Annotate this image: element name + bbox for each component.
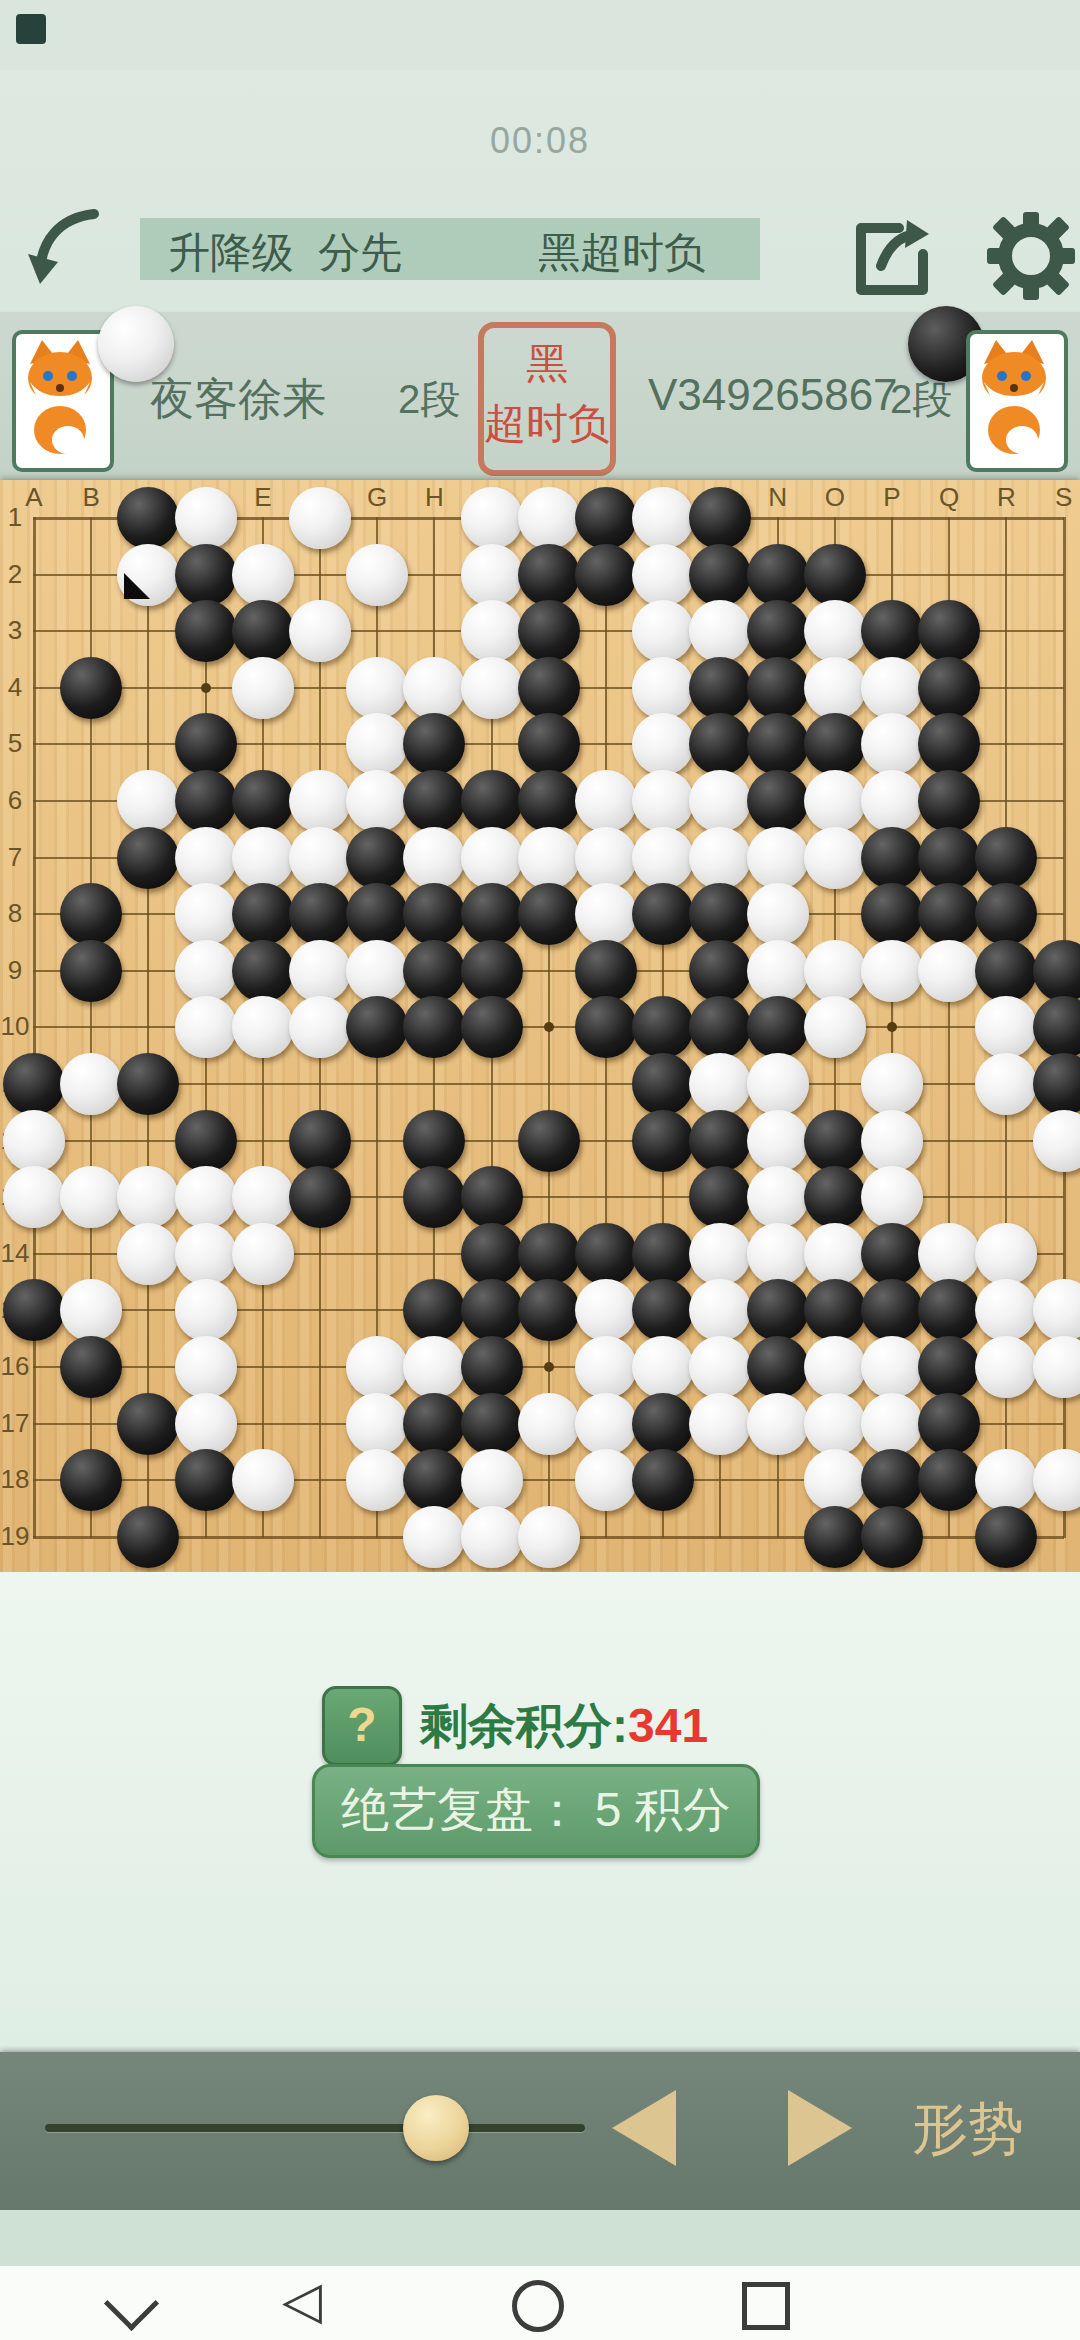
stone-H12 xyxy=(403,1110,465,1172)
stone-R18 xyxy=(975,1449,1037,1511)
stone-Q14 xyxy=(918,1223,980,1285)
stone-J3 xyxy=(518,600,580,662)
stone-P4 xyxy=(861,657,923,719)
stone-P18 xyxy=(861,1449,923,1511)
stone-G10 xyxy=(346,996,408,1058)
stone-E10 xyxy=(232,996,294,1058)
stone-N6 xyxy=(747,770,809,832)
stone-G9 xyxy=(346,940,408,1002)
board-coord-col-R: R xyxy=(989,482,1023,513)
star-point-D4 xyxy=(201,683,211,693)
go-board[interactable]: ABCDEFGHIJKLMNOPQRS123456789101112131415… xyxy=(0,480,1080,1572)
stone-N12 xyxy=(747,1110,809,1172)
stone-I10 xyxy=(461,996,523,1058)
stone-C19 xyxy=(117,1506,179,1568)
stone-O3 xyxy=(804,600,866,662)
stone-K10 xyxy=(575,996,637,1058)
stone-B15 xyxy=(60,1279,122,1341)
stone-O17 xyxy=(804,1393,866,1455)
stone-J7 xyxy=(518,827,580,889)
stone-M7 xyxy=(689,827,751,889)
board-coord-col-N: N xyxy=(761,482,795,513)
stone-D17 xyxy=(175,1393,237,1455)
stone-K15 xyxy=(575,1279,637,1341)
stone-R16 xyxy=(975,1336,1037,1398)
stone-J14 xyxy=(518,1223,580,1285)
stone-L14 xyxy=(632,1223,694,1285)
stone-M17 xyxy=(689,1393,751,1455)
stone-I3 xyxy=(461,600,523,662)
board-coord-col-H: H xyxy=(417,482,451,513)
mode-label: 升降级 xyxy=(168,225,294,281)
stone-O19 xyxy=(804,1506,866,1568)
stone-I19 xyxy=(461,1506,523,1568)
stone-A15 xyxy=(3,1279,65,1341)
stone-S10 xyxy=(1033,996,1080,1058)
board-coord-col-E: E xyxy=(246,482,280,513)
stone-L11 xyxy=(632,1053,694,1115)
stone-J17 xyxy=(518,1393,580,1455)
stone-F6 xyxy=(289,770,351,832)
board-coord-row-6: 6 xyxy=(0,785,30,816)
stone-D13 xyxy=(175,1166,237,1228)
stone-J15 xyxy=(518,1279,580,1341)
stone-N4 xyxy=(747,657,809,719)
footer-panel: ? 剩余积分:341 绝艺复盘： 5 积分 xyxy=(0,1572,1080,2052)
stone-D16 xyxy=(175,1336,237,1398)
stone-R10 xyxy=(975,996,1037,1058)
stone-A11 xyxy=(3,1053,65,1115)
stone-H16 xyxy=(403,1336,465,1398)
stone-L6 xyxy=(632,770,694,832)
stone-S11 xyxy=(1033,1053,1080,1115)
stone-L17 xyxy=(632,1393,694,1455)
stone-H10 xyxy=(403,996,465,1058)
stone-N15 xyxy=(747,1279,809,1341)
stone-K1 xyxy=(575,487,637,549)
points-value: 341 xyxy=(628,1699,708,1752)
stone-R9 xyxy=(975,940,1037,1002)
remaining-points: 剩余积分:341 xyxy=(420,1694,708,1758)
board-coord-col-Q: Q xyxy=(932,482,966,513)
stone-P19 xyxy=(861,1506,923,1568)
stone-P16 xyxy=(861,1336,923,1398)
stone-M15 xyxy=(689,1279,751,1341)
stone-E4 xyxy=(232,657,294,719)
stone-G17 xyxy=(346,1393,408,1455)
stone-N17 xyxy=(747,1393,809,1455)
progress-slider-track[interactable] xyxy=(45,2124,585,2132)
result-stamp-line1: 黑 xyxy=(484,334,610,394)
stone-D10 xyxy=(175,996,237,1058)
stone-L16 xyxy=(632,1336,694,1398)
stone-L8 xyxy=(632,883,694,945)
board-coord-row-1: 1 xyxy=(0,502,30,533)
stone-N8 xyxy=(747,883,809,945)
stone-G8 xyxy=(346,883,408,945)
stone-A12 xyxy=(3,1110,65,1172)
game-info-band: 升降级 分先 黑超时负 xyxy=(140,218,760,280)
stone-I9 xyxy=(461,940,523,1002)
stone-O2 xyxy=(804,544,866,606)
stone-I16 xyxy=(461,1336,523,1398)
stone-O15 xyxy=(804,1279,866,1341)
share-icon[interactable] xyxy=(845,214,933,302)
stone-M5 xyxy=(689,713,751,775)
stone-G4 xyxy=(346,657,408,719)
stone-H19 xyxy=(403,1506,465,1568)
right-player-avatar[interactable] xyxy=(966,330,1068,472)
stone-B8 xyxy=(60,883,122,945)
stone-Q15 xyxy=(918,1279,980,1341)
stone-B4 xyxy=(60,657,122,719)
stone-L18 xyxy=(632,1449,694,1511)
stone-C17 xyxy=(117,1393,179,1455)
stone-J1 xyxy=(518,487,580,549)
stone-I2 xyxy=(461,544,523,606)
stone-M13 xyxy=(689,1166,751,1228)
stone-O14 xyxy=(804,1223,866,1285)
stone-F9 xyxy=(289,940,351,1002)
android-home-icon[interactable] xyxy=(512,2280,564,2332)
stone-Q16 xyxy=(918,1336,980,1398)
stone-S9 xyxy=(1033,940,1080,1002)
stone-B13 xyxy=(60,1166,122,1228)
stone-F10 xyxy=(289,996,351,1058)
stone-H17 xyxy=(403,1393,465,1455)
stone-Q7 xyxy=(918,827,980,889)
stone-N16 xyxy=(747,1336,809,1398)
stone-O4 xyxy=(804,657,866,719)
hide-nav-chevron-icon[interactable] xyxy=(104,2276,159,2331)
stone-G6 xyxy=(346,770,408,832)
right-player-name: V349265867 xyxy=(648,370,898,420)
stone-E9 xyxy=(232,940,294,1002)
stone-P5 xyxy=(861,713,923,775)
stone-P9 xyxy=(861,940,923,1002)
stone-F3 xyxy=(289,600,351,662)
stone-C13 xyxy=(117,1166,179,1228)
stone-C2 xyxy=(117,544,179,606)
android-recents-icon[interactable] xyxy=(742,2282,790,2330)
stone-O6 xyxy=(804,770,866,832)
stone-P12 xyxy=(861,1110,923,1172)
stone-I14 xyxy=(461,1223,523,1285)
stone-R14 xyxy=(975,1223,1037,1285)
stone-O10 xyxy=(804,996,866,1058)
stone-H18 xyxy=(403,1449,465,1511)
stone-D12 xyxy=(175,1110,237,1172)
stone-L1 xyxy=(632,487,694,549)
stone-A13 xyxy=(3,1166,65,1228)
left-player-rank: 2段 xyxy=(398,372,460,427)
stone-Q18 xyxy=(918,1449,980,1511)
situation-button[interactable]: 形势 xyxy=(912,2092,1024,2168)
stone-B16 xyxy=(60,1336,122,1398)
stone-D5 xyxy=(175,713,237,775)
stone-L5 xyxy=(632,713,694,775)
stone-C1 xyxy=(117,487,179,549)
board-coord-col-O: O xyxy=(818,482,852,513)
stone-G5 xyxy=(346,713,408,775)
stone-D6 xyxy=(175,770,237,832)
previous-move-icon[interactable] xyxy=(612,2090,676,2166)
stone-J8 xyxy=(518,883,580,945)
stone-G18 xyxy=(346,1449,408,1511)
stone-L12 xyxy=(632,1110,694,1172)
board-coord-row-7: 7 xyxy=(0,842,30,873)
stone-G7 xyxy=(346,827,408,889)
stone-B11 xyxy=(60,1053,122,1115)
board-coord-row-17: 17 xyxy=(0,1408,30,1439)
stone-F13 xyxy=(289,1166,351,1228)
bottom-strip xyxy=(0,2210,1080,2266)
stone-P17 xyxy=(861,1393,923,1455)
stone-F7 xyxy=(289,827,351,889)
game-clock: 00:08 xyxy=(0,120,1080,162)
stone-D15 xyxy=(175,1279,237,1341)
stone-K14 xyxy=(575,1223,637,1285)
stone-L2 xyxy=(632,544,694,606)
stone-P11 xyxy=(861,1053,923,1115)
board-coord-row-2: 2 xyxy=(0,559,30,590)
stone-C11 xyxy=(117,1053,179,1115)
stone-J2 xyxy=(518,544,580,606)
progress-slider-knob[interactable] xyxy=(403,2095,469,2161)
board-coord-row-3: 3 xyxy=(0,615,30,646)
stone-N9 xyxy=(747,940,809,1002)
stone-O18 xyxy=(804,1449,866,1511)
stone-M14 xyxy=(689,1223,751,1285)
stone-R8 xyxy=(975,883,1037,945)
board-coord-row-10: 10 xyxy=(0,1011,30,1042)
stone-E8 xyxy=(232,883,294,945)
ai-replay-button[interactable]: 绝艺复盘： 5 积分 xyxy=(312,1764,760,1858)
playback-bar: 形势 xyxy=(0,2052,1080,2210)
player-bar: 夜客徐来 2段 黑 超时负 V349265867 2段 xyxy=(0,312,1080,480)
stone-K17 xyxy=(575,1393,637,1455)
result-stamp: 黑 超时负 xyxy=(478,322,616,476)
stone-E2 xyxy=(232,544,294,606)
stone-E6 xyxy=(232,770,294,832)
stone-P6 xyxy=(861,770,923,832)
points-label: 剩余积分 xyxy=(420,1699,612,1752)
stone-C6 xyxy=(117,770,179,832)
stone-J4 xyxy=(518,657,580,719)
android-back-icon[interactable]: ◁ xyxy=(282,2270,322,2330)
stone-H15 xyxy=(403,1279,465,1341)
stone-I18 xyxy=(461,1449,523,1511)
stone-O5 xyxy=(804,713,866,775)
stone-S16 xyxy=(1033,1336,1080,1398)
stone-L4 xyxy=(632,657,694,719)
settings-gear-icon[interactable] xyxy=(985,210,1077,302)
stone-S15 xyxy=(1033,1279,1080,1341)
stone-D3 xyxy=(175,600,237,662)
stone-H7 xyxy=(403,827,465,889)
stone-N7 xyxy=(747,827,809,889)
stone-M6 xyxy=(689,770,751,832)
stone-Q9 xyxy=(918,940,980,1002)
help-button[interactable]: ? xyxy=(322,1686,402,1766)
stone-Q4 xyxy=(918,657,980,719)
stone-M3 xyxy=(689,600,751,662)
stone-I1 xyxy=(461,487,523,549)
board-coord-row-5: 5 xyxy=(0,728,30,759)
stone-Q5 xyxy=(918,713,980,775)
board-coord-col-P: P xyxy=(875,482,909,513)
handicap-label: 分先 xyxy=(318,225,402,281)
board-coord-row-14: 14 xyxy=(0,1238,30,1269)
board-coord-row-18: 18 xyxy=(0,1464,30,1495)
stone-R11 xyxy=(975,1053,1037,1115)
stone-F1 xyxy=(289,487,351,549)
stone-I6 xyxy=(461,770,523,832)
stone-M16 xyxy=(689,1336,751,1398)
stone-C14 xyxy=(117,1223,179,1285)
board-coord-col-G: G xyxy=(360,482,394,513)
stone-K18 xyxy=(575,1449,637,1511)
stone-N10 xyxy=(747,996,809,1058)
result-stamp-line2: 超时负 xyxy=(484,394,610,454)
stone-E3 xyxy=(232,600,294,662)
stone-M12 xyxy=(689,1110,751,1172)
stone-P15 xyxy=(861,1279,923,1341)
stone-J12 xyxy=(518,1110,580,1172)
stone-K6 xyxy=(575,770,637,832)
board-coord-row-16: 16 xyxy=(0,1351,30,1382)
stone-F12 xyxy=(289,1110,351,1172)
stone-I13 xyxy=(461,1166,523,1228)
back-button[interactable] xyxy=(20,196,106,292)
stone-M4 xyxy=(689,657,751,719)
stone-E13 xyxy=(232,1166,294,1228)
board-coord-row-19: 19 xyxy=(0,1521,30,1552)
next-move-icon[interactable] xyxy=(788,2090,852,2166)
board-coord-col-S: S xyxy=(1047,482,1080,513)
stone-B18 xyxy=(60,1449,122,1511)
stone-N13 xyxy=(747,1166,809,1228)
stone-E18 xyxy=(232,1449,294,1511)
last-move-marker xyxy=(124,573,150,599)
board-coord-col-B: B xyxy=(74,482,108,513)
stone-H9 xyxy=(403,940,465,1002)
board-coord-row-9: 9 xyxy=(0,955,30,986)
status-notification-icon xyxy=(16,14,46,44)
stone-I15 xyxy=(461,1279,523,1341)
stone-O16 xyxy=(804,1336,866,1398)
board-coord-row-8: 8 xyxy=(0,898,30,929)
left-player-name: 夜客徐来 xyxy=(150,370,326,429)
stone-H6 xyxy=(403,770,465,832)
stone-I7 xyxy=(461,827,523,889)
board-coord-row-4: 4 xyxy=(0,672,30,703)
star-point-J10 xyxy=(544,1022,554,1032)
stone-M9 xyxy=(689,940,751,1002)
stone-P13 xyxy=(861,1166,923,1228)
stone-K16 xyxy=(575,1336,637,1398)
stone-K2 xyxy=(575,544,637,606)
stone-O7 xyxy=(804,827,866,889)
stone-K9 xyxy=(575,940,637,1002)
stone-D14 xyxy=(175,1223,237,1285)
stone-D8 xyxy=(175,883,237,945)
stone-D1 xyxy=(175,487,237,549)
stone-N5 xyxy=(747,713,809,775)
result-label: 黑超时负 xyxy=(538,225,706,281)
stone-F8 xyxy=(289,883,351,945)
stone-N3 xyxy=(747,600,809,662)
stone-O12 xyxy=(804,1110,866,1172)
stone-P7 xyxy=(861,827,923,889)
stone-K8 xyxy=(575,883,637,945)
android-nav-bar: ◁ xyxy=(0,2266,1080,2340)
stone-S12 xyxy=(1033,1110,1080,1172)
stone-E14 xyxy=(232,1223,294,1285)
stone-M11 xyxy=(689,1053,751,1115)
stone-M1 xyxy=(689,487,751,549)
stone-M2 xyxy=(689,544,751,606)
stone-L7 xyxy=(632,827,694,889)
stone-H8 xyxy=(403,883,465,945)
stone-M8 xyxy=(689,883,751,945)
stone-D9 xyxy=(175,940,237,1002)
stone-I17 xyxy=(461,1393,523,1455)
stone-N11 xyxy=(747,1053,809,1115)
stone-B9 xyxy=(60,940,122,1002)
stone-N2 xyxy=(747,544,809,606)
stone-D18 xyxy=(175,1449,237,1511)
stone-J5 xyxy=(518,713,580,775)
stone-D7 xyxy=(175,827,237,889)
stone-J6 xyxy=(518,770,580,832)
stone-Q6 xyxy=(918,770,980,832)
stone-G2 xyxy=(346,544,408,606)
stone-I8 xyxy=(461,883,523,945)
stone-Q3 xyxy=(918,600,980,662)
stone-P3 xyxy=(861,600,923,662)
stone-Q17 xyxy=(918,1393,980,1455)
stone-R19 xyxy=(975,1506,1037,1568)
stone-D2 xyxy=(175,544,237,606)
stone-H13 xyxy=(403,1166,465,1228)
stone-H5 xyxy=(403,713,465,775)
stone-I4 xyxy=(461,657,523,719)
stone-L10 xyxy=(632,996,694,1058)
app-screen: 00:08 升降级 分先 黑超时负 xyxy=(0,0,1080,2340)
star-point-P10 xyxy=(887,1022,897,1032)
stone-R7 xyxy=(975,827,1037,889)
stone-R15 xyxy=(975,1279,1037,1341)
stone-C7 xyxy=(117,827,179,889)
stone-K7 xyxy=(575,827,637,889)
stone-P14 xyxy=(861,1223,923,1285)
stone-Q8 xyxy=(918,883,980,945)
stone-H4 xyxy=(403,657,465,719)
stone-E7 xyxy=(232,827,294,889)
stone-J19 xyxy=(518,1506,580,1568)
stone-O9 xyxy=(804,940,866,1002)
stone-L3 xyxy=(632,600,694,662)
star-point-J16 xyxy=(544,1362,554,1372)
stone-L15 xyxy=(632,1279,694,1341)
stone-P8 xyxy=(861,883,923,945)
stone-O13 xyxy=(804,1166,866,1228)
stone-G16 xyxy=(346,1336,408,1398)
stone-M10 xyxy=(689,996,751,1058)
stone-S18 xyxy=(1033,1449,1080,1511)
stone-N14 xyxy=(747,1223,809,1285)
